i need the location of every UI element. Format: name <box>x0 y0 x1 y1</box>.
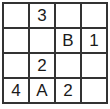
cell-r3c2[interactable]: 2 <box>30 54 54 77</box>
cell-r1c3[interactable] <box>56 4 80 27</box>
cell-r2c1[interactable] <box>4 29 28 52</box>
cell-r2c2[interactable] <box>30 29 54 52</box>
cell-r4c3[interactable]: 2 <box>56 79 80 102</box>
cell-r2c4[interactable]: 1 <box>82 29 106 52</box>
puzzle-board: 3B124A2 <box>0 0 110 106</box>
cell-r4c1[interactable]: 4 <box>4 79 28 102</box>
puzzle-grid: 3B124A2 <box>2 2 108 104</box>
cell-r2c3[interactable]: B <box>56 29 80 52</box>
cell-r3c3[interactable] <box>56 54 80 77</box>
cell-r3c1[interactable] <box>4 54 28 77</box>
cell-r1c2[interactable]: 3 <box>30 4 54 27</box>
cell-r1c4[interactable] <box>82 4 106 27</box>
cell-r1c1[interactable] <box>4 4 28 27</box>
cell-r4c4[interactable] <box>82 79 106 102</box>
cell-r3c4[interactable] <box>82 54 106 77</box>
cell-r4c2[interactable]: A <box>30 79 54 102</box>
